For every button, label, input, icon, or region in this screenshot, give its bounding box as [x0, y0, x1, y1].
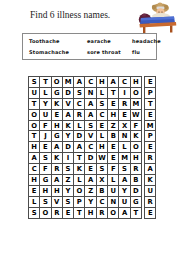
grid-cell: L [40, 88, 51, 99]
grid-cell: O [74, 186, 85, 197]
grid-cell: M [145, 121, 157, 132]
grid-cell: T [145, 99, 157, 110]
grid-cell: H [40, 186, 51, 197]
grid-cell: T [40, 77, 51, 88]
grid-cell: S [29, 208, 40, 219]
grid-cell: G [131, 197, 142, 208]
grid-cell: U [145, 186, 157, 197]
grid-cell: L [119, 142, 130, 153]
grid-cell: L [74, 121, 85, 132]
grid-cell: F [131, 121, 142, 132]
grid-cell: K [131, 131, 142, 142]
grid-cell: V [63, 99, 74, 110]
grid-cell: W [131, 110, 142, 121]
grid-cell: H [97, 77, 108, 88]
grid-cell: E [145, 142, 157, 153]
grid-cell: A [52, 142, 63, 153]
grid-cell: F [40, 164, 51, 175]
grid-cell: Z [108, 121, 119, 132]
grid-cell: A [52, 175, 63, 186]
grid-cell: E [97, 121, 108, 132]
grid-cell: H [85, 208, 96, 219]
grid-cell: P [145, 88, 157, 99]
grid-cell: H [108, 110, 119, 121]
grid-cell: L [97, 131, 108, 142]
grid-cell: D [85, 153, 96, 164]
grid-cell: E [108, 153, 119, 164]
grid-cell: I [119, 88, 130, 99]
grid-cell: O [52, 77, 63, 88]
grid-cell: L [108, 175, 119, 186]
grid-cell: R [97, 208, 108, 219]
grid-cell: O [29, 110, 40, 121]
grid-cell: H [52, 186, 63, 197]
grid-cell: D [63, 142, 74, 153]
grid-cell: V [52, 197, 63, 208]
grid-cell: O [108, 208, 119, 219]
page-title: Find 6 illness names. [30, 10, 110, 20]
grid-cell: L [29, 197, 40, 208]
grid-cell: F [108, 164, 119, 175]
grid-cell: A [145, 164, 157, 175]
grid-cell: A [85, 175, 96, 186]
grid-cell: H [29, 175, 40, 186]
grid-cell: E [108, 142, 119, 153]
grid-cell: V [85, 131, 96, 142]
grid-cell: N [119, 131, 130, 142]
grid-cell: O [131, 142, 142, 153]
grid-cell: G [40, 175, 51, 186]
grid-cell: R [52, 208, 63, 219]
grid-cell: G [52, 88, 63, 99]
grid-cell: O [29, 121, 40, 132]
word-sore-throat: sore throat [87, 49, 132, 55]
grid-cell: Y [40, 99, 51, 110]
grid-cell: C [29, 164, 40, 175]
grid-cell: E [85, 164, 96, 175]
grid-cell: A [85, 99, 96, 110]
grid-cell: N [85, 88, 96, 99]
grid-cell: R [74, 110, 85, 121]
grid-cell: A [108, 77, 119, 88]
grid-cell: S [29, 77, 40, 88]
grid-cell: K [63, 121, 74, 132]
grid-cell: R [52, 164, 63, 175]
grid-cell: A [29, 153, 40, 164]
grid-cell: T [74, 208, 85, 219]
grid-cell: E [63, 208, 74, 219]
word-stomachache: Stomachache [29, 49, 87, 55]
grid-cell: C [119, 77, 130, 88]
grid-cell: E [145, 110, 157, 121]
grid-cell: S [63, 197, 74, 208]
grid-cell: L [74, 175, 85, 186]
grid-cell: U [40, 110, 51, 121]
grid-cell: O [40, 208, 51, 219]
word-flu: flu [132, 49, 161, 55]
grid-cell: F [40, 121, 51, 132]
grid-cell: Y [85, 197, 96, 208]
grid-cell: M [119, 153, 130, 164]
grid-cell: J [40, 131, 51, 142]
grid-cell: T [108, 88, 119, 99]
grid-cell: R [145, 153, 157, 164]
word-earache: earache [87, 38, 132, 44]
grid-cell: R [131, 164, 142, 175]
grid-cell: W [97, 153, 108, 164]
grid-cell: Y [63, 186, 74, 197]
grid-cell: M [131, 99, 142, 110]
grid-cell: B [108, 131, 119, 142]
grid-cell: A [85, 110, 96, 121]
grid-cell: S [74, 88, 85, 99]
grid-cell: H [97, 142, 108, 153]
grid-cell: H [131, 153, 142, 164]
grid-cell: C [85, 77, 96, 88]
grid-cell: S [119, 164, 130, 175]
grid-cell: T [29, 131, 40, 142]
wordsearch-board: STOMACHACHULGDSNLTIOTYKVCASERMOUEARACHEW… [28, 76, 156, 219]
grid-cell: X [119, 121, 130, 132]
grid-cell: T [131, 208, 142, 219]
grid-cell: E [29, 186, 40, 197]
grid-cell: S [97, 99, 108, 110]
grid-cell: S [85, 121, 96, 132]
grid-cell: A [74, 77, 85, 88]
grid-cell: A [119, 208, 130, 219]
grid-cell: S [40, 197, 51, 208]
grid-cell: A [74, 142, 85, 153]
grid-cell: U [29, 88, 40, 99]
grid-cell: Y [63, 131, 74, 142]
grid-cell: K [74, 164, 85, 175]
grid-cell: A [63, 110, 74, 121]
grid-cell: M [63, 77, 74, 88]
grid-cell: Z [85, 186, 96, 197]
grid-cell: C [74, 99, 85, 110]
grid-cell: D [131, 186, 142, 197]
word-toothache: Toothache [29, 38, 87, 44]
grid-cell: G [52, 131, 63, 142]
grid-cell: B [97, 186, 108, 197]
word-bank: Toothache earache headache Stomachache s… [22, 33, 157, 60]
grid-cell: U [119, 197, 130, 208]
grid-cell: P [145, 131, 157, 142]
grid-cell: C [85, 142, 96, 153]
grid-cell: E [119, 110, 130, 121]
grid-cell: C [97, 110, 108, 121]
grid-cell: Y [119, 186, 130, 197]
grid-cell: B [131, 175, 142, 186]
grid-cell: H [29, 142, 40, 153]
grid-cell: U [108, 186, 119, 197]
grid-cell: H [131, 77, 142, 88]
grid-cell: E [145, 77, 157, 88]
grid-cell: E [52, 110, 63, 121]
grid-cell: H [52, 121, 63, 132]
grid-cell: L [97, 88, 108, 99]
grid-cell: R [119, 99, 130, 110]
grid-cell: P [74, 197, 85, 208]
grid-cell: Z [63, 175, 74, 186]
grid-cell: O [131, 88, 142, 99]
grid-cell: S [40, 153, 51, 164]
grid-cell: N [108, 197, 119, 208]
grid-cell: R [145, 197, 157, 208]
grid-cell: A [119, 175, 130, 186]
grid-cell: D [74, 131, 85, 142]
grid-cell: D [63, 88, 74, 99]
grid-cell: T [29, 99, 40, 110]
grid-cell: E [40, 142, 51, 153]
grid-cell: E [145, 208, 157, 219]
wordsearch-main-grid: STOMACHACHULGDSNLTIOTYKVCASERMOUEARACHEW… [28, 76, 142, 219]
grid-cell: K [145, 175, 157, 186]
wordsearch-last-column: EPTEMPERAKURE [144, 76, 157, 219]
grid-cell: S [97, 164, 108, 175]
sick-person-in-bed-icon [137, 1, 178, 35]
grid-cell: C [97, 197, 108, 208]
word-headache: headache [132, 38, 161, 44]
grid-cell: K [52, 99, 63, 110]
grid-cell: K [52, 153, 63, 164]
grid-cell: I [63, 153, 74, 164]
grid-cell: T [74, 153, 85, 164]
grid-cell: S [63, 164, 74, 175]
grid-cell: E [108, 99, 119, 110]
grid-cell: X [97, 175, 108, 186]
